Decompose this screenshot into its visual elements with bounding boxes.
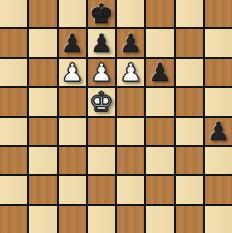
square-g8[interactable]	[176, 0, 203, 27]
square-g7[interactable]	[176, 29, 203, 56]
square-d5[interactable]: ♚	[88, 88, 115, 115]
piece-white-king-d5[interactable]: ♚	[89, 88, 113, 115]
square-d2[interactable]	[88, 176, 115, 203]
square-b4[interactable]	[29, 118, 56, 145]
square-e6[interactable]: ♟	[117, 59, 144, 86]
square-c2[interactable]	[59, 176, 86, 203]
square-b1[interactable]	[29, 206, 56, 233]
square-a6[interactable]	[0, 59, 27, 86]
piece-black-pawn-h4[interactable]: ♟	[207, 119, 229, 144]
square-f2[interactable]	[146, 176, 173, 203]
square-a5[interactable]	[0, 88, 27, 115]
square-b8[interactable]	[29, 0, 56, 27]
square-b5[interactable]	[29, 88, 56, 115]
square-g6[interactable]	[176, 59, 203, 86]
square-e1[interactable]	[117, 206, 144, 233]
square-h1[interactable]	[205, 206, 232, 233]
square-a2[interactable]	[0, 176, 27, 203]
square-c5[interactable]	[59, 88, 86, 115]
piece-black-pawn-d7[interactable]: ♟	[90, 31, 112, 56]
piece-black-king-d8[interactable]: ♚	[89, 0, 113, 27]
square-g1[interactable]	[176, 206, 203, 233]
piece-white-pawn-d6[interactable]: ♟	[90, 60, 112, 85]
square-b3[interactable]	[29, 147, 56, 174]
square-c8[interactable]	[59, 0, 86, 27]
square-f1[interactable]	[146, 206, 173, 233]
square-a8[interactable]	[0, 0, 27, 27]
square-h6[interactable]	[205, 59, 232, 86]
square-e4[interactable]	[117, 118, 144, 145]
square-e3[interactable]	[117, 147, 144, 174]
piece-black-pawn-c7[interactable]: ♟	[61, 31, 83, 56]
square-h7[interactable]	[205, 29, 232, 56]
square-c3[interactable]	[59, 147, 86, 174]
square-g5[interactable]	[176, 88, 203, 115]
square-f3[interactable]	[146, 147, 173, 174]
square-c6[interactable]: ♟	[59, 59, 86, 86]
square-d4[interactable]	[88, 118, 115, 145]
square-b7[interactable]	[29, 29, 56, 56]
square-h8[interactable]	[205, 0, 232, 27]
piece-black-pawn-f6[interactable]: ♟	[149, 60, 171, 85]
square-h4[interactable]: ♟	[205, 118, 232, 145]
square-c1[interactable]	[59, 206, 86, 233]
square-f6[interactable]: ♟	[146, 59, 173, 86]
square-a3[interactable]	[0, 147, 27, 174]
square-c4[interactable]	[59, 118, 86, 145]
square-d1[interactable]	[88, 206, 115, 233]
square-h2[interactable]	[205, 176, 232, 203]
piece-black-pawn-e7[interactable]: ♟	[119, 31, 141, 56]
square-a4[interactable]	[0, 118, 27, 145]
square-a1[interactable]	[0, 206, 27, 233]
square-e2[interactable]	[117, 176, 144, 203]
square-f7[interactable]	[146, 29, 173, 56]
square-e5[interactable]	[117, 88, 144, 115]
square-d6[interactable]: ♟	[88, 59, 115, 86]
square-d8[interactable]: ♚	[88, 0, 115, 27]
piece-white-pawn-c6[interactable]: ♟	[61, 60, 83, 85]
square-g3[interactable]	[176, 147, 203, 174]
square-a7[interactable]	[0, 29, 27, 56]
square-d7[interactable]: ♟	[88, 29, 115, 56]
square-g2[interactable]	[176, 176, 203, 203]
square-e8[interactable]	[117, 0, 144, 27]
square-f4[interactable]	[146, 118, 173, 145]
chess-board: ♚♟♟♟♟♟♟♟♚♟	[0, 0, 232, 233]
square-b2[interactable]	[29, 176, 56, 203]
piece-white-pawn-e6[interactable]: ♟	[119, 60, 141, 85]
square-g4[interactable]	[176, 118, 203, 145]
square-f8[interactable]	[146, 0, 173, 27]
square-h3[interactable]	[205, 147, 232, 174]
square-e7[interactable]: ♟	[117, 29, 144, 56]
square-d3[interactable]	[88, 147, 115, 174]
square-c7[interactable]: ♟	[59, 29, 86, 56]
square-b6[interactable]	[29, 59, 56, 86]
square-f5[interactable]	[146, 88, 173, 115]
square-h5[interactable]	[205, 88, 232, 115]
